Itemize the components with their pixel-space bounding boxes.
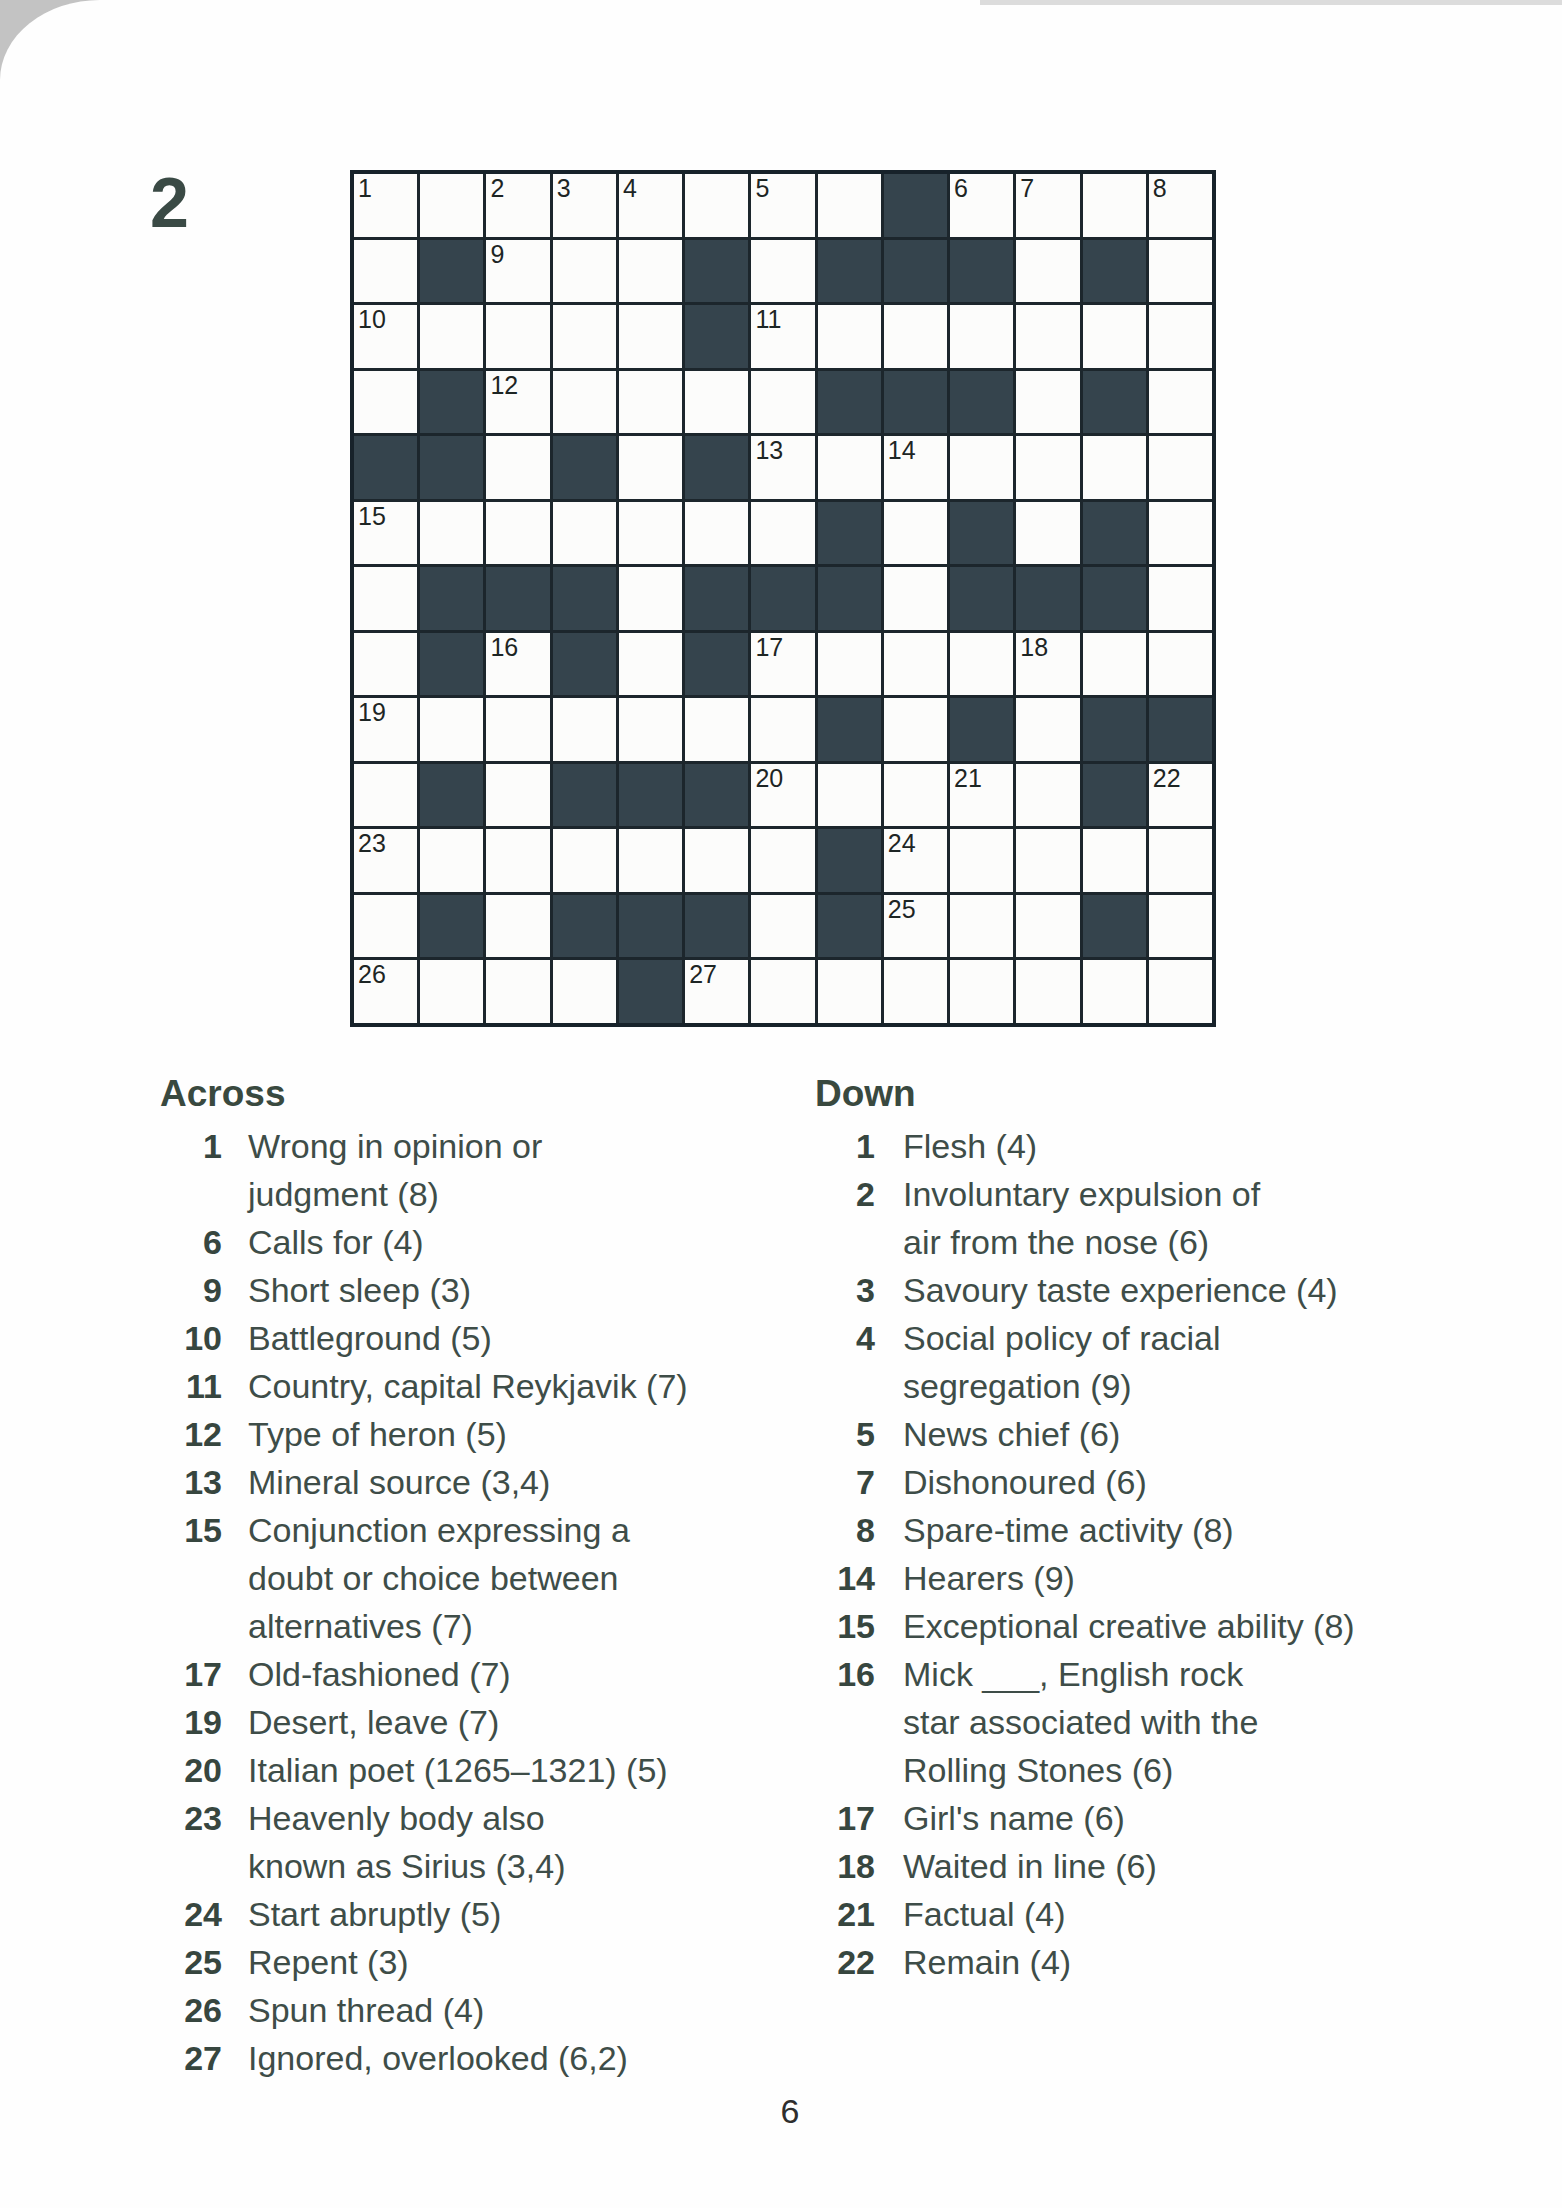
cell-r8c7[interactable]: 17 (751, 633, 814, 696)
cell-r9c1[interactable]: 19 (354, 698, 417, 761)
clue-number: 21 (815, 1890, 875, 1938)
clue-number: 6 (160, 1218, 222, 1266)
cell-r3c7[interactable]: 11 (751, 305, 814, 368)
cell-r11c3[interactable] (486, 829, 549, 892)
cell-r5c5[interactable] (619, 436, 682, 499)
cell-number-15: 15 (358, 503, 386, 530)
block-r7c4 (553, 567, 616, 630)
cell-r5c9[interactable]: 14 (884, 436, 947, 499)
clue-text: Battleground (5) (248, 1314, 492, 1362)
clue-text: Spun thread (4) (248, 1986, 484, 2034)
cell-number-4: 4 (623, 175, 637, 202)
cell-r13c6[interactable]: 27 (685, 960, 748, 1023)
cell-r6c7[interactable] (751, 502, 814, 565)
block-r8c4 (553, 633, 616, 696)
block-r13c5 (619, 960, 682, 1023)
cell-r2c11[interactable] (1016, 240, 1079, 303)
puzzle-number: 2 (150, 168, 189, 238)
block-r3c6 (685, 305, 748, 368)
clue-text: Factual (4) (903, 1890, 1066, 1938)
cell-r13c7[interactable] (751, 960, 814, 1023)
cell-number-25: 25 (888, 896, 916, 923)
cell-r1c2[interactable] (420, 174, 483, 237)
cell-r12c11[interactable] (1016, 895, 1079, 958)
cell-r11c13[interactable] (1149, 829, 1212, 892)
clue-number: 17 (815, 1794, 875, 1842)
cell-r6c3[interactable] (486, 502, 549, 565)
block-r2c9 (884, 240, 947, 303)
cell-r13c4[interactable] (553, 960, 616, 1023)
cell-number-17: 17 (755, 634, 783, 661)
clue-number: 13 (160, 1458, 222, 1506)
clue-text: Remain (4) (903, 1938, 1071, 1986)
clue-number: 18 (815, 1842, 875, 1890)
cell-number-27: 27 (689, 961, 717, 988)
cell-r10c13[interactable]: 22 (1149, 764, 1212, 827)
clue-number: 27 (160, 2034, 222, 2082)
block-r7c6 (685, 567, 748, 630)
block-r7c3 (486, 567, 549, 630)
cell-r8c12[interactable] (1083, 633, 1146, 696)
clue-text: Heavenly body also known as Sirius (3,4) (248, 1794, 565, 1890)
cell-number-5: 5 (755, 175, 769, 202)
clue-number: 17 (160, 1650, 222, 1698)
block-r9c10 (950, 698, 1013, 761)
cell-number-24: 24 (888, 830, 916, 857)
cell-number-6: 6 (954, 175, 968, 202)
cell-r5c7[interactable]: 13 (751, 436, 814, 499)
clue-text: Calls for (4) (248, 1218, 424, 1266)
cell-r8c1[interactable] (354, 633, 417, 696)
down-clue-14: 14Hearers (9) (815, 1554, 1515, 1602)
cell-number-21: 21 (954, 765, 982, 792)
down-clue-4: 4Social policy of racial segregation (9) (815, 1314, 1515, 1410)
cell-number-1: 1 (358, 175, 372, 202)
cell-r4c7[interactable] (751, 371, 814, 434)
across-clue-13: 13Mineral source (3,4) (160, 1458, 780, 1506)
block-r1c9 (884, 174, 947, 237)
block-r11c8 (818, 829, 881, 892)
cell-r7c5[interactable] (619, 567, 682, 630)
clue-number: 26 (160, 1986, 222, 2034)
block-r10c6 (685, 764, 748, 827)
block-r4c8 (818, 371, 881, 434)
cell-r12c1[interactable] (354, 895, 417, 958)
cell-r3c4[interactable] (553, 305, 616, 368)
cell-r10c7[interactable]: 20 (751, 764, 814, 827)
across-clue-6: 6Calls for (4) (160, 1218, 780, 1266)
clue-text: Mineral source (3,4) (248, 1458, 550, 1506)
clue-text: Exceptional creative ability (8) (903, 1602, 1355, 1650)
cell-r11c4[interactable] (553, 829, 616, 892)
cell-r13c12[interactable] (1083, 960, 1146, 1023)
cell-r1c11[interactable]: 7 (1016, 174, 1079, 237)
cell-number-23: 23 (358, 830, 386, 857)
block-r6c12 (1083, 502, 1146, 565)
cell-r8c8[interactable] (818, 633, 881, 696)
cell-number-22: 22 (1153, 765, 1181, 792)
across-clue-19: 19Desert, leave (7) (160, 1698, 780, 1746)
clue-text: Ignored, overlooked (6,2) (248, 2034, 628, 2082)
across-clue-25: 25Repent (3) (160, 1938, 780, 1986)
block-r5c6 (685, 436, 748, 499)
clue-number: 2 (815, 1170, 875, 1218)
clue-text: Conjunction expressing a doubt or choice… (248, 1506, 630, 1650)
down-clue-3: 3Savoury taste experience (4) (815, 1266, 1515, 1314)
clue-number: 15 (160, 1506, 222, 1554)
cell-r4c11[interactable] (1016, 371, 1079, 434)
down-clue-5: 5News chief (6) (815, 1410, 1515, 1458)
block-r5c1 (354, 436, 417, 499)
block-r4c2 (420, 371, 483, 434)
block-r2c10 (950, 240, 1013, 303)
block-r8c2 (420, 633, 483, 696)
cell-r10c9[interactable] (884, 764, 947, 827)
cell-r9c5[interactable] (619, 698, 682, 761)
cell-r13c13[interactable] (1149, 960, 1212, 1023)
clue-text: Savoury taste experience (4) (903, 1266, 1338, 1314)
cell-r7c13[interactable] (1149, 567, 1212, 630)
across-clue-10: 10Battleground (5) (160, 1314, 780, 1362)
cell-r1c8[interactable] (818, 174, 881, 237)
clue-number: 5 (815, 1410, 875, 1458)
across-heading: Across (160, 1070, 780, 1122)
block-r7c8 (818, 567, 881, 630)
cell-r3c11[interactable] (1016, 305, 1079, 368)
cell-number-2: 2 (490, 175, 504, 202)
clue-text: Waited in line (6) (903, 1842, 1157, 1890)
clue-number: 1 (815, 1122, 875, 1170)
cell-r3c1[interactable]: 10 (354, 305, 417, 368)
cell-r11c2[interactable] (420, 829, 483, 892)
cell-r5c13[interactable] (1149, 436, 1212, 499)
cell-r3c12[interactable] (1083, 305, 1146, 368)
clue-text: Social policy of racial segregation (9) (903, 1314, 1220, 1410)
cell-r3c13[interactable] (1149, 305, 1212, 368)
cell-r9c3[interactable] (486, 698, 549, 761)
cell-number-7: 7 (1020, 175, 1034, 202)
cell-r4c5[interactable] (619, 371, 682, 434)
block-r12c12 (1083, 895, 1146, 958)
cell-r6c13[interactable] (1149, 502, 1212, 565)
cell-r8c10[interactable] (950, 633, 1013, 696)
cell-r9c4[interactable] (553, 698, 616, 761)
clue-number: 4 (815, 1314, 875, 1362)
cell-r11c10[interactable] (950, 829, 1013, 892)
cell-r6c1[interactable]: 15 (354, 502, 417, 565)
clue-text: Mick ___, English rock star associated w… (903, 1650, 1258, 1794)
clue-text: Country, capital Reykjavik (7) (248, 1362, 688, 1410)
down-clue-7: 7Dishonoured (6) (815, 1458, 1515, 1506)
cell-r6c11[interactable] (1016, 502, 1079, 565)
clue-number: 14 (815, 1554, 875, 1602)
clue-number: 24 (160, 1890, 222, 1938)
scan-edge-artifact (980, 0, 1562, 5)
block-r6c10 (950, 502, 1013, 565)
cell-r2c3[interactable]: 9 (486, 240, 549, 303)
cell-r13c10[interactable] (950, 960, 1013, 1023)
cell-number-3: 3 (557, 175, 571, 202)
block-r5c2 (420, 436, 483, 499)
across-clue-15: 15Conjunction expressing a doubt or choi… (160, 1506, 780, 1650)
cell-r8c13[interactable] (1149, 633, 1212, 696)
block-r9c12 (1083, 698, 1146, 761)
cell-r5c3[interactable] (486, 436, 549, 499)
block-r10c5 (619, 764, 682, 827)
clue-number: 12 (160, 1410, 222, 1458)
cell-number-14: 14 (888, 437, 916, 464)
block-r2c8 (818, 240, 881, 303)
block-r8c6 (685, 633, 748, 696)
clue-text: Flesh (4) (903, 1122, 1037, 1170)
cell-number-9: 9 (490, 241, 504, 268)
cell-number-13: 13 (755, 437, 783, 464)
cell-r9c6[interactable] (685, 698, 748, 761)
clue-number: 10 (160, 1314, 222, 1362)
cell-r1c4[interactable]: 3 (553, 174, 616, 237)
down-clue-2: 2Involuntary expulsion of air from the n… (815, 1170, 1515, 1266)
clue-text: Type of heron (5) (248, 1410, 507, 1458)
cell-r8c3[interactable]: 16 (486, 633, 549, 696)
down-clue-16: 16Mick ___, English rock star associated… (815, 1650, 1515, 1794)
cell-r12c3[interactable] (486, 895, 549, 958)
clue-number: 25 (160, 1938, 222, 1986)
across-clue-23: 23Heavenly body also known as Sirius (3,… (160, 1794, 780, 1890)
cell-r13c11[interactable] (1016, 960, 1079, 1023)
clue-number: 7 (815, 1458, 875, 1506)
cell-r7c9[interactable] (884, 567, 947, 630)
clue-number: 11 (160, 1362, 222, 1410)
across-clue-1: 1Wrong in opinion or judgment (8) (160, 1122, 780, 1218)
cell-r4c4[interactable] (553, 371, 616, 434)
clue-text: Italian poet (1265–1321) (5) (248, 1746, 668, 1794)
cell-r5c11[interactable] (1016, 436, 1079, 499)
block-r7c12 (1083, 567, 1146, 630)
cell-r6c9[interactable] (884, 502, 947, 565)
cell-r7c1[interactable] (354, 567, 417, 630)
clue-text: Spare-time activity (8) (903, 1506, 1234, 1554)
cell-r10c8[interactable] (818, 764, 881, 827)
block-r4c9 (884, 371, 947, 434)
cell-r6c5[interactable] (619, 502, 682, 565)
cell-r3c8[interactable] (818, 305, 881, 368)
cell-r2c1[interactable] (354, 240, 417, 303)
cell-r3c3[interactable] (486, 305, 549, 368)
down-clue-21: 21Factual (4) (815, 1890, 1515, 1938)
cell-number-11: 11 (755, 306, 781, 333)
cell-number-16: 16 (490, 634, 518, 661)
down-clue-list: 1Flesh (4)2Involuntary expulsion of air … (815, 1122, 1515, 1986)
clue-text: News chief (6) (903, 1410, 1120, 1458)
clue-text: Desert, leave (7) (248, 1698, 499, 1746)
cell-r5c12[interactable] (1083, 436, 1146, 499)
cell-number-18: 18 (1020, 634, 1048, 661)
block-r10c4 (553, 764, 616, 827)
clue-number: 1 (160, 1122, 222, 1170)
cell-r12c13[interactable] (1149, 895, 1212, 958)
block-r12c2 (420, 895, 483, 958)
across-clue-27: 27Ignored, overlooked (6,2) (160, 2034, 780, 2082)
cell-r2c13[interactable] (1149, 240, 1212, 303)
block-r6c8 (818, 502, 881, 565)
cell-r4c1[interactable] (354, 371, 417, 434)
cell-r10c1[interactable] (354, 764, 417, 827)
block-r5c4 (553, 436, 616, 499)
across-clue-24: 24Start abruptly (5) (160, 1890, 780, 1938)
clue-number: 16 (815, 1650, 875, 1698)
cell-r3c9[interactable] (884, 305, 947, 368)
clue-number: 19 (160, 1698, 222, 1746)
cell-r13c2[interactable] (420, 960, 483, 1023)
block-r12c6 (685, 895, 748, 958)
cell-r11c9[interactable]: 24 (884, 829, 947, 892)
cell-r9c7[interactable] (751, 698, 814, 761)
cell-r2c7[interactable] (751, 240, 814, 303)
down-clue-15: 15Exceptional creative ability (8) (815, 1602, 1515, 1650)
across-clue-17: 17Old-fashioned (7) (160, 1650, 780, 1698)
block-r7c7 (751, 567, 814, 630)
cell-r11c5[interactable] (619, 829, 682, 892)
down-clue-22: 22Remain (4) (815, 1938, 1515, 1986)
down-heading: Down (815, 1070, 1515, 1122)
block-r10c2 (420, 764, 483, 827)
across-clues-section: Across 1Wrong in opinion or judgment (8)… (160, 1070, 780, 2082)
block-r2c6 (685, 240, 748, 303)
cell-r9c2[interactable] (420, 698, 483, 761)
cell-r1c3[interactable]: 2 (486, 174, 549, 237)
cell-number-8: 8 (1153, 175, 1167, 202)
cell-r10c10[interactable]: 21 (950, 764, 1013, 827)
cell-r11c11[interactable] (1016, 829, 1079, 892)
clue-text: Repent (3) (248, 1938, 409, 1986)
cell-number-20: 20 (755, 765, 783, 792)
cell-r9c11[interactable] (1016, 698, 1079, 761)
clue-number: 9 (160, 1266, 222, 1314)
block-r7c11 (1016, 567, 1079, 630)
clue-text: Hearers (9) (903, 1554, 1075, 1602)
across-clue-26: 26Spun thread (4) (160, 1986, 780, 2034)
clue-text: Dishonoured (6) (903, 1458, 1147, 1506)
block-r10c12 (1083, 764, 1146, 827)
block-r4c12 (1083, 371, 1146, 434)
cell-r11c6[interactable] (685, 829, 748, 892)
block-r9c13 (1149, 698, 1212, 761)
cell-r13c1[interactable]: 26 (354, 960, 417, 1023)
block-r2c12 (1083, 240, 1146, 303)
cell-r11c7[interactable] (751, 829, 814, 892)
block-r12c5 (619, 895, 682, 958)
cell-r1c12[interactable] (1083, 174, 1146, 237)
cell-number-12: 12 (490, 372, 518, 399)
down-clue-8: 8Spare-time activity (8) (815, 1506, 1515, 1554)
clue-text: Involuntary expulsion of air from the no… (903, 1170, 1260, 1266)
cell-r1c6[interactable] (685, 174, 748, 237)
page-number: 6 (755, 2092, 825, 2131)
cell-r1c1[interactable]: 1 (354, 174, 417, 237)
cell-r4c13[interactable] (1149, 371, 1212, 434)
clue-number: 22 (815, 1938, 875, 1986)
cell-r5c10[interactable] (950, 436, 1013, 499)
cell-r3c5[interactable] (619, 305, 682, 368)
cell-number-10: 10 (358, 306, 386, 333)
clue-number: 15 (815, 1602, 875, 1650)
cell-r4c6[interactable] (685, 371, 748, 434)
cell-r2c5[interactable] (619, 240, 682, 303)
cell-r12c9[interactable]: 25 (884, 895, 947, 958)
across-clue-9: 9Short sleep (3) (160, 1266, 780, 1314)
cell-r3c2[interactable] (420, 305, 483, 368)
down-clues-section: Down 1Flesh (4)2Involuntary expulsion of… (815, 1070, 1515, 1986)
cell-r12c7[interactable] (751, 895, 814, 958)
cell-r8c9[interactable] (884, 633, 947, 696)
cell-r10c3[interactable] (486, 764, 549, 827)
down-clue-18: 18Waited in line (6) (815, 1842, 1515, 1890)
cell-r11c1[interactable]: 23 (354, 829, 417, 892)
clue-text: Old-fashioned (7) (248, 1650, 511, 1698)
block-r7c10 (950, 567, 1013, 630)
clue-text: Wrong in opinion or judgment (8) (248, 1122, 542, 1218)
block-r7c2 (420, 567, 483, 630)
cell-r13c8[interactable] (818, 960, 881, 1023)
cell-r1c7[interactable]: 5 (751, 174, 814, 237)
cell-r3c10[interactable] (950, 305, 1013, 368)
clue-number: 20 (160, 1746, 222, 1794)
cell-r6c2[interactable] (420, 502, 483, 565)
cell-r8c11[interactable]: 18 (1016, 633, 1079, 696)
down-clue-17: 17Girl's name (6) (815, 1794, 1515, 1842)
block-r4c10 (950, 371, 1013, 434)
cell-r13c9[interactable] (884, 960, 947, 1023)
down-clue-1: 1Flesh (4) (815, 1122, 1515, 1170)
cell-r10c11[interactable] (1016, 764, 1079, 827)
cell-r1c10[interactable]: 6 (950, 174, 1013, 237)
cell-r6c4[interactable] (553, 502, 616, 565)
clue-number: 23 (160, 1794, 222, 1842)
clue-text: Girl's name (6) (903, 1794, 1125, 1842)
across-clue-20: 20Italian poet (1265–1321) (5) (160, 1746, 780, 1794)
cell-r1c13[interactable]: 8 (1149, 174, 1212, 237)
clue-number: 8 (815, 1506, 875, 1554)
block-r12c4 (553, 895, 616, 958)
across-clue-12: 12Type of heron (5) (160, 1410, 780, 1458)
clue-text: Short sleep (3) (248, 1266, 471, 1314)
cell-r13c3[interactable] (486, 960, 549, 1023)
across-clue-list: 1Wrong in opinion or judgment (8)6Calls … (160, 1122, 780, 2082)
cell-r11c12[interactable] (1083, 829, 1146, 892)
cell-r12c10[interactable] (950, 895, 1013, 958)
cell-r2c4[interactable] (553, 240, 616, 303)
cell-number-26: 26 (358, 961, 386, 988)
cell-r4c3[interactable]: 12 (486, 371, 549, 434)
cell-r6c6[interactable] (685, 502, 748, 565)
block-r2c2 (420, 240, 483, 303)
block-r12c8 (818, 895, 881, 958)
cell-r9c9[interactable] (884, 698, 947, 761)
across-clue-11: 11Country, capital Reykjavik (7) (160, 1362, 780, 1410)
clue-number: 3 (815, 1266, 875, 1314)
cell-r1c5[interactable]: 4 (619, 174, 682, 237)
crossword-grid: 1234567891011121314151617181920212223242… (350, 170, 1216, 1027)
cell-r8c5[interactable] (619, 633, 682, 696)
clue-text: Start abruptly (5) (248, 1890, 501, 1938)
block-r9c8 (818, 698, 881, 761)
cell-number-19: 19 (358, 699, 386, 726)
cell-r5c8[interactable] (818, 436, 881, 499)
